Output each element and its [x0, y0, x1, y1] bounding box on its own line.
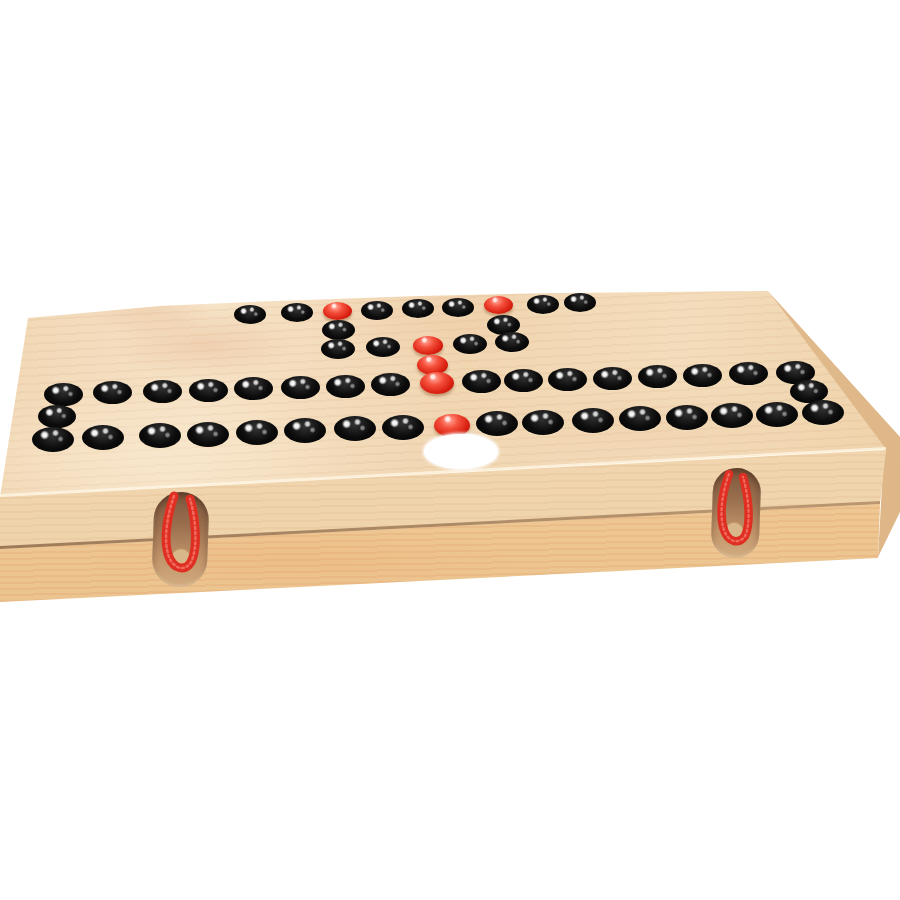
board-hole[interactable] — [281, 376, 320, 399]
board-hole[interactable] — [322, 320, 355, 340]
board-hole[interactable] — [93, 381, 132, 404]
board-hole[interactable] — [802, 400, 844, 425]
product-photo: Barricade (Malefiz) — wooden travel edit… — [0, 0, 900, 900]
board-hole[interactable] — [402, 299, 434, 318]
red-barricade-peg[interactable] — [323, 302, 352, 320]
board-hole[interactable] — [361, 301, 393, 320]
board-hole[interactable] — [281, 303, 313, 322]
board-hole[interactable] — [234, 377, 273, 400]
board-hole[interactable] — [139, 423, 181, 448]
board-holes — [0, 0, 900, 900]
board-hole[interactable] — [476, 411, 518, 436]
board-hole[interactable] — [382, 415, 424, 440]
red-barricade-peg[interactable] — [420, 372, 454, 394]
board-hole[interactable] — [236, 420, 278, 445]
board-hole[interactable] — [32, 427, 74, 452]
board-hole[interactable] — [666, 405, 708, 430]
board-hole[interactable] — [619, 406, 661, 431]
board-hole[interactable] — [462, 370, 501, 393]
goal-hole[interactable] — [424, 434, 498, 469]
board-hole[interactable] — [495, 332, 529, 352]
board-hole[interactable] — [234, 305, 266, 324]
board-hole[interactable] — [334, 416, 376, 441]
board-hole[interactable] — [522, 410, 564, 435]
board-hole[interactable] — [44, 383, 83, 406]
red-barricade-peg[interactable] — [484, 296, 513, 314]
board-hole[interactable] — [442, 298, 474, 317]
board-hole[interactable] — [326, 375, 365, 398]
board-hole[interactable] — [548, 368, 587, 391]
board-hole[interactable] — [729, 362, 768, 385]
board-hole[interactable] — [371, 373, 410, 396]
board-hole[interactable] — [683, 364, 722, 387]
board-hole[interactable] — [284, 418, 326, 443]
board-hole[interactable] — [527, 295, 559, 314]
board-hole[interactable] — [638, 365, 677, 388]
board-hole[interactable] — [593, 367, 632, 390]
board-hole[interactable] — [756, 402, 798, 427]
board-hole[interactable] — [82, 425, 124, 450]
board-hole[interactable] — [572, 408, 614, 433]
board-hole[interactable] — [143, 380, 182, 403]
red-barricade-peg[interactable] — [413, 336, 443, 355]
board-hole[interactable] — [38, 405, 76, 428]
board-hole[interactable] — [189, 379, 228, 402]
board-hole[interactable] — [187, 422, 229, 447]
board-hole[interactable] — [453, 334, 487, 354]
board-hole[interactable] — [711, 403, 753, 428]
board-hole[interactable] — [321, 339, 355, 359]
red-barricade-peg[interactable] — [434, 414, 470, 437]
board-hole[interactable] — [564, 293, 596, 312]
board-hole[interactable] — [366, 337, 400, 357]
board-hole[interactable] — [504, 369, 543, 392]
